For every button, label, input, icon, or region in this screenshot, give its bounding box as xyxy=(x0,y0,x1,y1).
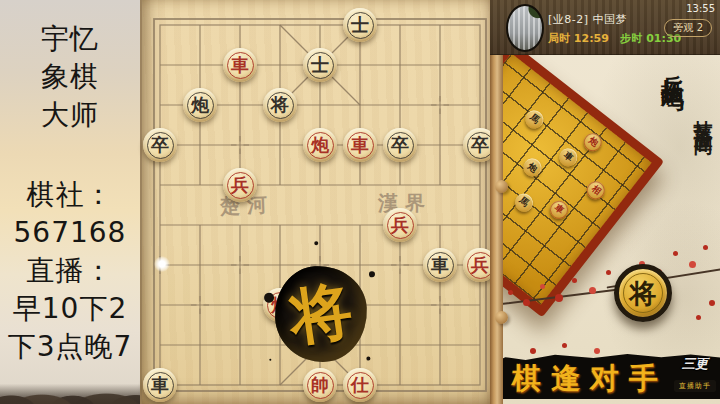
blossom-dot xyxy=(709,300,715,306)
piece-ring: 炮 xyxy=(187,92,214,119)
blossom-dot xyxy=(555,294,563,302)
piece-character: 車 xyxy=(151,376,169,394)
piece-ring: 将 xyxy=(267,92,294,119)
decor-piece: 馬 xyxy=(511,190,536,215)
blossom-dot xyxy=(540,284,545,289)
piece-ring: 車 xyxy=(147,372,174,399)
piece-red-車[interactable]: 車 xyxy=(223,48,257,82)
opponent-name: [业8-2] 中国梦 xyxy=(548,12,627,27)
blossom-dot xyxy=(696,315,701,320)
piece-character: 車 xyxy=(431,256,449,274)
decor-piece: 炮 xyxy=(520,155,545,180)
check-character: 将 xyxy=(284,268,357,360)
piece-black-卒[interactable]: 卒 xyxy=(143,128,177,162)
blossom-dot xyxy=(562,343,567,348)
streamer-title: 宇忆象棋大师 xyxy=(0,0,140,134)
piece-ring: 兵 xyxy=(227,172,254,199)
banner-text: 棋逢对手 xyxy=(494,353,668,399)
live-stream-frame: 宇忆象棋大师 棋社：567168直播：早10下2下3点晚7 楚河 漢界 士士車炮… xyxy=(0,0,720,404)
decor-piece: 炮 xyxy=(581,130,606,155)
blossom-dot xyxy=(530,348,536,354)
slogan-primary: 兵挺炮鸣 xyxy=(658,56,689,76)
sidebar-line: 象棋 xyxy=(0,58,140,96)
blossom-dot xyxy=(594,348,600,354)
blossom-dot xyxy=(523,299,530,306)
watermark-logo-text: 三更 xyxy=(674,355,716,373)
right-decor-panel: 漢界 炮馬車相炮兵馬車兵 兵挺炮鸣 技艺盖世间 将 棋逢对手 三更 直播助手 [… xyxy=(490,0,720,404)
slogan-secondary: 技艺盖世间 xyxy=(691,104,717,124)
streamer-schedule: 棋社：567168直播：早10下2下3点晚7 xyxy=(0,176,140,366)
sidebar-line: 下3点晚7 xyxy=(0,328,140,366)
blossom-dot xyxy=(589,287,596,294)
xiangqi-board[interactable]: 楚河 漢界 士士車炮将卒炮車卒卒兵兵車兵炮車帥仕 将 xyxy=(140,0,490,404)
opponent-avatar xyxy=(506,4,544,52)
sidebar-line: 567168 xyxy=(0,214,140,252)
wood-knob xyxy=(495,311,508,324)
piece-ring: 車 xyxy=(427,252,454,279)
piece-character: 卒 xyxy=(471,136,489,154)
piece-red-兵[interactable]: 兵 xyxy=(383,208,417,242)
piece-ring: 帥 xyxy=(307,372,334,399)
piece-ring: 車 xyxy=(227,52,254,79)
piece-ring: 士 xyxy=(347,12,374,39)
piece-character: 炮 xyxy=(311,136,329,154)
piece-black-卒[interactable]: 卒 xyxy=(383,128,417,162)
piece-character: 車 xyxy=(231,56,249,74)
game-time: 局时 12:59 xyxy=(548,32,609,45)
piece-black-士[interactable]: 士 xyxy=(303,48,337,82)
blossom-dot xyxy=(673,251,678,256)
piece-black-炮[interactable]: 炮 xyxy=(183,88,217,122)
sidebar-line: 棋社： xyxy=(0,176,140,214)
piece-character: 兵 xyxy=(391,216,409,234)
decor-piece: 馬 xyxy=(522,107,547,132)
piece-ring: 兵 xyxy=(387,212,414,239)
decor-piece: 相 xyxy=(584,178,609,203)
piece-red-仕[interactable]: 仕 xyxy=(343,368,377,402)
feature-piece-character: 将 xyxy=(630,280,657,307)
decor-piece: 車 xyxy=(555,144,580,169)
blossom-dot xyxy=(606,270,611,275)
time-display: 局时 12:59 步时 01:30 xyxy=(548,31,681,46)
treeline-silhouette xyxy=(0,378,140,404)
blossom-dot xyxy=(572,278,577,283)
blossom-dot xyxy=(508,290,513,295)
piece-character: 帥 xyxy=(311,376,329,394)
piece-character: 兵 xyxy=(471,256,489,274)
piece-ring: 士 xyxy=(307,52,334,79)
piece-character: 将 xyxy=(271,96,289,114)
streamer-info-sidebar: 宇忆象棋大师 棋社：567168直播：早10下2下3点晚7 xyxy=(0,0,140,404)
piece-character: 卒 xyxy=(151,136,169,154)
blossom-dot xyxy=(703,245,708,250)
piece-character: 士 xyxy=(351,16,369,34)
piece-red-兵[interactable]: 兵 xyxy=(223,168,257,202)
piece-black-車[interactable]: 車 xyxy=(143,368,177,402)
piece-ring: 卒 xyxy=(387,132,414,159)
piece-ring: 車 xyxy=(347,132,374,159)
piece-ring: 卒 xyxy=(147,132,174,159)
feature-piece-ring: 将 xyxy=(623,273,663,313)
piece-character: 卒 xyxy=(391,136,409,154)
piece-red-帥[interactable]: 帥 xyxy=(303,368,337,402)
stream-watermark: 三更 直播助手 xyxy=(674,355,716,392)
opponent-info-bar: [业8-2] 中国梦 局时 12:59 步时 01:30 13:55 旁观 2 xyxy=(490,0,720,55)
piece-character: 炮 xyxy=(191,96,209,114)
sidebar-line: 早10下2 xyxy=(0,290,140,328)
piece-character: 兵 xyxy=(231,176,249,194)
piece-red-車[interactable]: 車 xyxy=(343,128,377,162)
blossom-dot xyxy=(689,261,696,268)
spectators-badge[interactable]: 旁观 2 xyxy=(664,19,712,37)
sidebar-line: 宇忆 xyxy=(0,20,140,58)
piece-black-車[interactable]: 車 xyxy=(423,248,457,282)
wood-knob xyxy=(495,180,508,193)
wood-edge-strip xyxy=(490,55,503,404)
piece-character: 車 xyxy=(351,136,369,154)
decor-piece: 車 xyxy=(546,197,571,222)
piece-red-炮[interactable]: 炮 xyxy=(303,128,337,162)
piece-black-士[interactable]: 士 xyxy=(343,8,377,42)
piece-black-将[interactable]: 将 xyxy=(263,88,297,122)
watermark-sub-text: 直播助手 xyxy=(674,380,716,392)
sidebar-line: 直播： xyxy=(0,252,140,290)
piece-character: 士 xyxy=(311,56,329,74)
move-hint-dot xyxy=(154,256,170,272)
feature-general-piece: 将 xyxy=(614,264,672,322)
piece-ring: 仕 xyxy=(347,372,374,399)
system-clock: 13:55 xyxy=(686,3,715,14)
piece-character: 仕 xyxy=(351,376,369,394)
sidebar-line: 大师 xyxy=(0,96,140,134)
piece-ring: 炮 xyxy=(307,132,334,159)
